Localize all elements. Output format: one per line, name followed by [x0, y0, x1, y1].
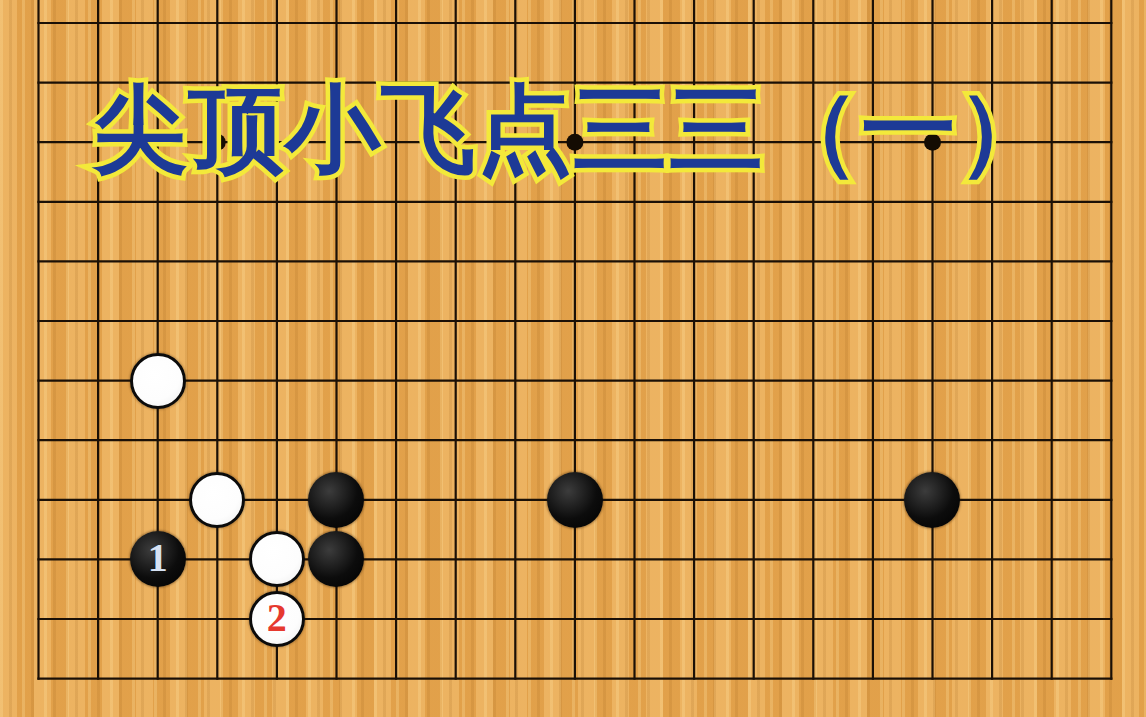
stone-white-E3 — [249, 531, 305, 587]
stone-black-Q4 — [904, 472, 960, 528]
stone-white-D4 — [189, 472, 245, 528]
stone-black-F4 — [308, 472, 364, 528]
move-number-2: 2 — [267, 598, 287, 638]
stone-black-K4 — [547, 472, 603, 528]
move-number-1: 1 — [148, 538, 168, 578]
intersection-C3: 1 — [128, 530, 188, 590]
board-intersections: 21 — [9, 0, 1141, 708]
stone-black-F3 — [308, 531, 364, 587]
intersection-C6 — [128, 351, 188, 411]
stone-black-C3: 1 — [130, 531, 186, 587]
intersection-E2: 2 — [247, 589, 307, 649]
intersection-D4 — [187, 470, 247, 530]
intersection-F4 — [307, 470, 367, 530]
intersection-Q4 — [903, 470, 963, 530]
go-board: 21 尖顶小飞点三三（一） 尖顶小飞点三三（一） — [0, 0, 1146, 717]
stone-white-C6 — [130, 353, 186, 409]
intersection-K4 — [545, 470, 605, 530]
intersection-E3 — [247, 530, 307, 590]
stone-white-E2: 2 — [249, 591, 305, 647]
intersection-F3 — [307, 530, 367, 590]
